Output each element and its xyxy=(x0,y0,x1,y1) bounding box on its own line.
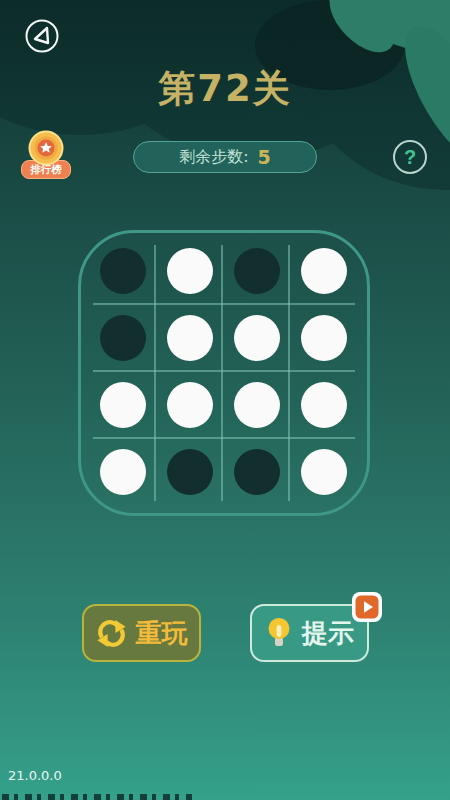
remaining-steps-pill: 剩余步数: 5 xyxy=(133,141,317,173)
black-piece xyxy=(100,248,146,294)
black-piece xyxy=(234,248,280,294)
board-grid xyxy=(89,237,357,505)
white-piece xyxy=(234,382,280,428)
board-cell-r3c1[interactable] xyxy=(89,371,156,438)
white-piece xyxy=(301,449,347,495)
leaderboard-button[interactable]: 排行榜 xyxy=(21,130,71,179)
board-cell-r4c1[interactable] xyxy=(89,438,156,505)
board-cell-r1c1[interactable] xyxy=(89,237,156,304)
lightbulb-icon xyxy=(265,617,293,649)
white-piece xyxy=(301,315,347,361)
white-piece xyxy=(301,382,347,428)
replay-refresh-icon xyxy=(96,618,127,649)
white-piece xyxy=(100,449,146,495)
page-title: 第72关 xyxy=(0,64,450,114)
black-piece xyxy=(100,315,146,361)
board-cell-r4c2[interactable] xyxy=(156,438,223,505)
board-cell-r2c3[interactable] xyxy=(223,304,290,371)
replay-button[interactable]: 重玩 xyxy=(82,604,201,662)
board-cell-r2c2[interactable] xyxy=(156,304,223,371)
board-cell-r3c4[interactable] xyxy=(290,371,357,438)
board-cell-r3c2[interactable] xyxy=(156,371,223,438)
steps-value: 5 xyxy=(258,146,271,168)
board-cell-r2c1[interactable] xyxy=(89,304,156,371)
board-cell-r4c3[interactable] xyxy=(223,438,290,505)
board-cell-r4c4[interactable] xyxy=(290,438,357,505)
help-button[interactable]: ? xyxy=(393,140,427,174)
version-text: 21.0.0.0 xyxy=(8,768,62,783)
white-piece xyxy=(167,248,213,294)
video-play-icon xyxy=(355,595,379,619)
board-cell-r1c3[interactable] xyxy=(223,237,290,304)
board-cell-r3c3[interactable] xyxy=(223,371,290,438)
replay-label: 重玩 xyxy=(136,616,188,651)
game-board xyxy=(78,230,370,516)
clipped-debug-text xyxy=(2,794,192,800)
leaderboard-label: 排行榜 xyxy=(21,160,71,179)
video-ad-badge[interactable] xyxy=(352,592,382,622)
white-piece xyxy=(167,382,213,428)
white-piece xyxy=(167,315,213,361)
white-piece xyxy=(234,315,280,361)
hint-label: 提示 xyxy=(302,616,354,651)
steps-label: 剩余步数: xyxy=(179,147,248,168)
board-cell-r1c2[interactable] xyxy=(156,237,223,304)
board-cell-r1c4[interactable] xyxy=(290,237,357,304)
board-cell-r2c4[interactable] xyxy=(290,304,357,371)
black-piece xyxy=(234,449,280,495)
white-piece xyxy=(100,382,146,428)
back-arrow-icon xyxy=(25,19,59,53)
white-piece xyxy=(301,248,347,294)
back-button[interactable] xyxy=(25,19,59,53)
black-piece xyxy=(167,449,213,495)
